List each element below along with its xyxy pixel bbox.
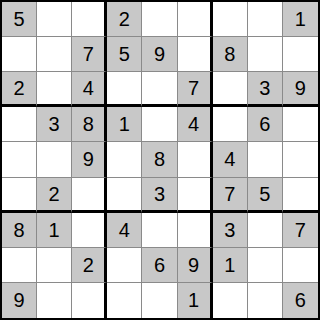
sudoku-cell-r1c2-empty[interactable] (37, 2, 72, 37)
sudoku-cell-r5c5-given: 8 (142, 142, 177, 177)
sudoku-cell-r2c5-given: 9 (142, 37, 177, 72)
sudoku-cell-r2c7-given: 8 (213, 37, 248, 72)
sudoku-cell-r3c6-given: 7 (178, 72, 213, 107)
sudoku-cell-r8c2-empty[interactable] (37, 248, 72, 283)
sudoku-cell-r9c3-empty[interactable] (72, 283, 107, 318)
sudoku-cell-r9c2-empty[interactable] (37, 283, 72, 318)
sudoku-cell-r1c6-empty[interactable] (178, 2, 213, 37)
sudoku-cell-r8c3-given: 2 (72, 248, 107, 283)
sudoku-cell-r5c1-empty[interactable] (2, 142, 37, 177)
sudoku-cell-r6c2-given: 2 (37, 178, 72, 213)
sudoku-cell-r7c2-given: 1 (37, 213, 72, 248)
sudoku-cell-r4c7-empty[interactable] (213, 107, 248, 142)
sudoku-cell-r6c3-empty[interactable] (72, 178, 107, 213)
sudoku-cell-r3c2-empty[interactable] (37, 72, 72, 107)
sudoku-cell-r6c1-empty[interactable] (2, 178, 37, 213)
sudoku-puzzle: 521759824739381469842375814372691916 (0, 0, 320, 320)
sudoku-cell-r5c6-empty[interactable] (178, 142, 213, 177)
sudoku-cell-r9c7-empty[interactable] (213, 283, 248, 318)
sudoku-cell-r8c9-empty[interactable] (283, 248, 318, 283)
sudoku-cell-r4c3-given: 8 (72, 107, 107, 142)
sudoku-cell-r1c8-empty[interactable] (248, 2, 283, 37)
sudoku-cell-r8c6-given: 9 (178, 248, 213, 283)
sudoku-cell-r5c8-empty[interactable] (248, 142, 283, 177)
sudoku-cell-r7c7-given: 3 (213, 213, 248, 248)
sudoku-cell-r9c8-empty[interactable] (248, 283, 283, 318)
sudoku-cell-r2c1-empty[interactable] (2, 37, 37, 72)
sudoku-cell-r2c4-given: 5 (107, 37, 142, 72)
sudoku-cell-r9c4-empty[interactable] (107, 283, 142, 318)
sudoku-cell-r6c4-empty[interactable] (107, 178, 142, 213)
sudoku-cell-r3c9-given: 9 (283, 72, 318, 107)
sudoku-cell-r5c9-empty[interactable] (283, 142, 318, 177)
sudoku-cell-r9c6-given: 1 (178, 283, 213, 318)
sudoku-cell-r3c4-empty[interactable] (107, 72, 142, 107)
sudoku-board: 521759824739381469842375814372691916 (0, 0, 320, 320)
sudoku-cell-r7c8-empty[interactable] (248, 213, 283, 248)
sudoku-cell-r4c8-given: 6 (248, 107, 283, 142)
sudoku-cell-r6c7-given: 7 (213, 178, 248, 213)
sudoku-cell-r8c8-empty[interactable] (248, 248, 283, 283)
sudoku-cell-r7c6-empty[interactable] (178, 213, 213, 248)
sudoku-cell-r6c8-given: 5 (248, 178, 283, 213)
sudoku-cell-r7c5-empty[interactable] (142, 213, 177, 248)
sudoku-cell-r2c2-empty[interactable] (37, 37, 72, 72)
sudoku-cell-r1c5-empty[interactable] (142, 2, 177, 37)
sudoku-cell-r6c9-empty[interactable] (283, 178, 318, 213)
sudoku-cell-r5c4-empty[interactable] (107, 142, 142, 177)
sudoku-cell-r8c7-given: 1 (213, 248, 248, 283)
sudoku-cell-r8c1-empty[interactable] (2, 248, 37, 283)
sudoku-cell-r4c2-given: 3 (37, 107, 72, 142)
sudoku-cell-r4c4-given: 1 (107, 107, 142, 142)
sudoku-cell-r5c2-empty[interactable] (37, 142, 72, 177)
sudoku-cell-r6c5-given: 3 (142, 178, 177, 213)
sudoku-cell-r3c1-given: 2 (2, 72, 37, 107)
sudoku-cell-r4c9-empty[interactable] (283, 107, 318, 142)
sudoku-cell-r4c5-empty[interactable] (142, 107, 177, 142)
sudoku-cell-r8c5-given: 6 (142, 248, 177, 283)
sudoku-cell-r8c4-empty[interactable] (107, 248, 142, 283)
sudoku-cell-r1c7-empty[interactable] (213, 2, 248, 37)
sudoku-cell-r2c3-given: 7 (72, 37, 107, 72)
sudoku-cell-r1c3-empty[interactable] (72, 2, 107, 37)
sudoku-cell-r1c9-given: 1 (283, 2, 318, 37)
sudoku-cell-r7c3-empty[interactable] (72, 213, 107, 248)
sudoku-cell-r4c6-given: 4 (178, 107, 213, 142)
sudoku-cell-r1c4-given: 2 (107, 2, 142, 37)
sudoku-cell-r2c6-empty[interactable] (178, 37, 213, 72)
sudoku-cell-r2c8-empty[interactable] (248, 37, 283, 72)
sudoku-cell-r6c6-empty[interactable] (178, 178, 213, 213)
sudoku-cell-r1c1-given: 5 (2, 2, 37, 37)
sudoku-cell-r7c9-given: 7 (283, 213, 318, 248)
sudoku-cell-r7c4-given: 4 (107, 213, 142, 248)
sudoku-cell-r3c7-empty[interactable] (213, 72, 248, 107)
sudoku-cell-r9c5-empty[interactable] (142, 283, 177, 318)
sudoku-cell-r4c1-empty[interactable] (2, 107, 37, 142)
sudoku-cell-r3c5-empty[interactable] (142, 72, 177, 107)
sudoku-cell-r2c9-empty[interactable] (283, 37, 318, 72)
sudoku-cell-r3c8-given: 3 (248, 72, 283, 107)
sudoku-cell-r3c3-given: 4 (72, 72, 107, 107)
sudoku-cell-r5c7-given: 4 (213, 142, 248, 177)
sudoku-cell-r7c1-given: 8 (2, 213, 37, 248)
sudoku-cell-r9c1-given: 9 (2, 283, 37, 318)
sudoku-cell-r5c3-given: 9 (72, 142, 107, 177)
sudoku-cell-r9c9-given: 6 (283, 283, 318, 318)
